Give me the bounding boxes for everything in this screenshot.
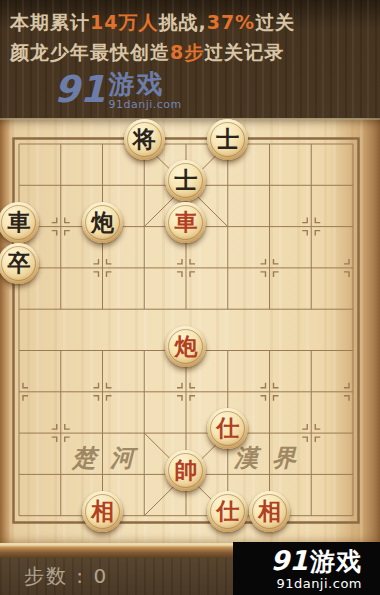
piece-glyph: 卒: [7, 252, 30, 275]
logo-domain-text: 91danji.com: [109, 98, 182, 111]
piece-glyph: 将: [133, 128, 156, 151]
piece-glyph: 車: [7, 211, 30, 234]
piece-glyph: 帥: [174, 459, 197, 482]
piece-black-chariot[interactable]: 車: [0, 202, 39, 243]
stat-text: 本期累计: [10, 11, 90, 33]
piece-red-elephant[interactable]: 相: [249, 491, 290, 532]
piece-glyph: 車: [174, 211, 197, 234]
app-screen: 本期累计14万人挑战,37%过关 颜龙少年最快创造8步过关记录 91 游戏 91…: [0, 0, 380, 595]
piece-glyph: 仕: [216, 417, 239, 440]
piece-glyph: 炮: [91, 211, 114, 234]
pieces-layer: 将士士車炮車卒炮仕帥相仕相: [0, 123, 374, 536]
watermark-logo-bottom: 91 游戏 91danji.com: [233, 542, 380, 595]
watermark-logo-top: 91 游戏 91danji.com: [54, 71, 182, 111]
piece-glyph: 炮: [174, 335, 197, 358]
stat-number-highlight: 8步: [170, 41, 204, 63]
footer-91-text: 91: [270, 547, 308, 574]
stat-text: 挑战,: [158, 11, 206, 33]
piece-red-general[interactable]: 帥: [165, 450, 206, 491]
piece-glyph: 士: [174, 169, 197, 192]
logo-game-text: 游戏: [109, 71, 182, 97]
piece-red-advisor[interactable]: 仕: [207, 408, 248, 449]
challenge-stats-line1: 本期累计14万人挑战,37%过关: [10, 10, 295, 36]
logo-91-text: 91: [54, 71, 106, 108]
footer-domain-text: 91danji.com: [276, 576, 362, 591]
steps-label: 步数 :: [24, 564, 93, 588]
piece-red-elephant[interactable]: 相: [82, 491, 123, 532]
stat-text: 过关记录: [204, 41, 284, 63]
footer-game-text: 游戏: [310, 549, 362, 574]
stat-number-highlight: 37%: [207, 11, 255, 33]
piece-glyph: 相: [91, 500, 114, 523]
piece-red-cannon[interactable]: 炮: [165, 326, 206, 367]
steps-value: 0: [93, 564, 108, 588]
stat-number-highlight: 14万人: [90, 11, 158, 33]
piece-black-general[interactable]: 将: [124, 119, 165, 160]
stat-text: 过关: [255, 11, 295, 33]
piece-black-advisor[interactable]: 士: [165, 160, 206, 201]
piece-black-advisor[interactable]: 士: [207, 119, 248, 160]
piece-red-advisor[interactable]: 仕: [207, 491, 248, 532]
piece-red-chariot[interactable]: 車: [165, 202, 206, 243]
challenge-record-line2: 颜龙少年最快创造8步过关记录: [10, 40, 284, 66]
piece-glyph: 士: [216, 128, 239, 151]
piece-black-soldier[interactable]: 卒: [0, 243, 39, 284]
piece-glyph: 仕: [216, 500, 239, 523]
piece-black-cannon[interactable]: 炮: [82, 202, 123, 243]
stat-text: 颜龙少年最快创造: [10, 41, 170, 63]
piece-glyph: 相: [258, 500, 281, 523]
